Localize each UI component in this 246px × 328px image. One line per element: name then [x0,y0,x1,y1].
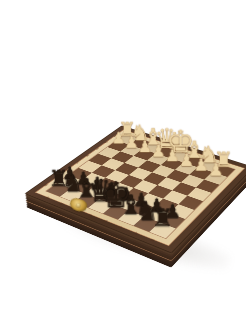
piece-glyph: ♟ [179,152,194,169]
piece-glyph: ♟ [124,134,138,150]
piece-glyph: ♜ [152,206,174,231]
chess-board-scene: hgfedcba 12345678 ♜♞♝♛♚♝♞♜♟♟♟♟♟♟♟♟♟♟♟♟♟♟… [60,97,226,263]
chess-box: hgfedcba 12345678 ♜♞♝♛♚♝♞♜♟♟♟♟♟♟♟♟♟♟♟♟♟♟… [24,126,246,254]
piece-glyph: ♟ [151,143,165,159]
piece-glyph: ♟ [208,161,223,178]
piece-glyph: ♟ [137,139,151,155]
product-photo: hgfedcba 12345678 ♜♞♝♛♚♝♞♜♟♟♟♟♟♟♟♟♟♟♟♟♟♟… [0,0,246,328]
board-top-face: hgfedcba 12345678 ♜♞♝♛♚♝♞♜♟♟♟♟♟♟♟♟♟♟♟♟♟♟… [24,126,246,254]
piece-glyph: ♟ [165,147,180,163]
piece-glyph: ♟ [111,130,125,146]
piece-glyph: ♟ [193,157,208,174]
